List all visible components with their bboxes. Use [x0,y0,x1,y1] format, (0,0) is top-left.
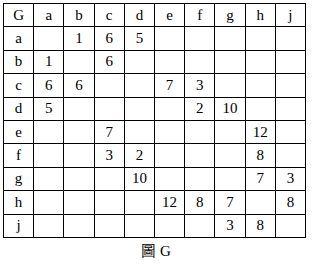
cell-d-b [64,98,94,121]
col-header-g: g [215,4,245,27]
cell-b-c: 6 [95,51,125,74]
cell-b-a: 1 [34,51,64,74]
cell-c-e: 7 [155,74,185,97]
cell-g-f [185,168,215,191]
cell-c-b: 6 [64,74,94,97]
cell-d-j [276,98,306,121]
row-header-g: g [4,168,34,191]
cell-g-j: 3 [276,168,306,191]
cell-g-h: 7 [246,168,276,191]
col-header-f: f [185,4,215,27]
row-header-j: j [4,215,34,238]
cell-f-b [64,144,94,167]
cell-h-c [95,191,125,214]
col-header-d: d [125,4,155,27]
cell-d-f: 2 [185,98,215,121]
cell-j-d [125,215,155,238]
cell-h-d [125,191,155,214]
cell-e-a [34,121,64,144]
cell-j-a [34,215,64,238]
cell-h-e: 12 [155,191,185,214]
cell-h-a [34,191,64,214]
col-header-j: j [276,4,306,27]
cell-a-f [185,27,215,50]
cell-b-j [276,51,306,74]
figure-caption: 圖 G [0,241,312,261]
cell-j-e [155,215,185,238]
cell-c-h [246,74,276,97]
cell-f-e [155,144,185,167]
cell-c-j [276,74,306,97]
cell-e-c: 7 [95,121,125,144]
cell-h-j: 8 [276,191,306,214]
cell-j-j [276,215,306,238]
cell-f-a [34,144,64,167]
cell-g-b [64,168,94,191]
row-header-h: h [4,191,34,214]
cell-a-a [34,27,64,50]
cell-d-h [246,98,276,121]
cell-h-b [64,191,94,214]
cell-j-g: 3 [215,215,245,238]
cell-c-a: 6 [34,74,64,97]
cell-a-c: 6 [95,27,125,50]
page: Gabcdefghja165b16c6673d5210e712f328g1073… [0,0,312,265]
cell-d-c [95,98,125,121]
col-header-c: c [95,4,125,27]
row-header-a: a [4,27,34,50]
corner-label: G [4,4,34,27]
cell-a-b: 1 [64,27,94,50]
cell-j-b [64,215,94,238]
cell-j-f [185,215,215,238]
cell-g-g [215,168,245,191]
cell-a-j [276,27,306,50]
cell-a-g [215,27,245,50]
cell-b-f [185,51,215,74]
cell-j-h: 8 [246,215,276,238]
cell-e-h: 12 [246,121,276,144]
cell-b-e [155,51,185,74]
cell-d-g: 10 [215,98,245,121]
cell-e-e [155,121,185,144]
row-header-b: b [4,51,34,74]
cell-g-e [155,168,185,191]
cell-b-b [64,51,94,74]
cell-g-c [95,168,125,191]
col-header-b: b [64,4,94,27]
cell-f-g [215,144,245,167]
cell-e-d [125,121,155,144]
cell-f-c: 3 [95,144,125,167]
cell-c-f: 3 [185,74,215,97]
cell-b-g [215,51,245,74]
cell-f-f [185,144,215,167]
cell-f-d: 2 [125,144,155,167]
col-header-h: h [246,4,276,27]
row-header-f: f [4,144,34,167]
cell-a-h [246,27,276,50]
cell-e-g [215,121,245,144]
cell-g-a [34,168,64,191]
cell-e-b [64,121,94,144]
cell-d-e [155,98,185,121]
cell-g-d: 10 [125,168,155,191]
cell-e-j [276,121,306,144]
cell-c-c [95,74,125,97]
cell-f-j [276,144,306,167]
row-header-c: c [4,74,34,97]
col-header-e: e [155,4,185,27]
cell-d-a: 5 [34,98,64,121]
cell-a-d: 5 [125,27,155,50]
cell-h-f: 8 [185,191,215,214]
row-header-e: e [4,121,34,144]
cell-b-d [125,51,155,74]
cell-d-d [125,98,155,121]
cell-h-h [246,191,276,214]
cell-j-c [95,215,125,238]
adjacency-matrix-table: Gabcdefghja165b16c6673d5210e712f328g1073… [3,3,306,238]
cell-b-h [246,51,276,74]
cell-e-f [185,121,215,144]
cell-h-g: 7 [215,191,245,214]
cell-f-h: 8 [246,144,276,167]
cell-a-e [155,27,185,50]
cell-c-d [125,74,155,97]
cell-c-g [215,74,245,97]
row-header-d: d [4,98,34,121]
col-header-a: a [34,4,64,27]
